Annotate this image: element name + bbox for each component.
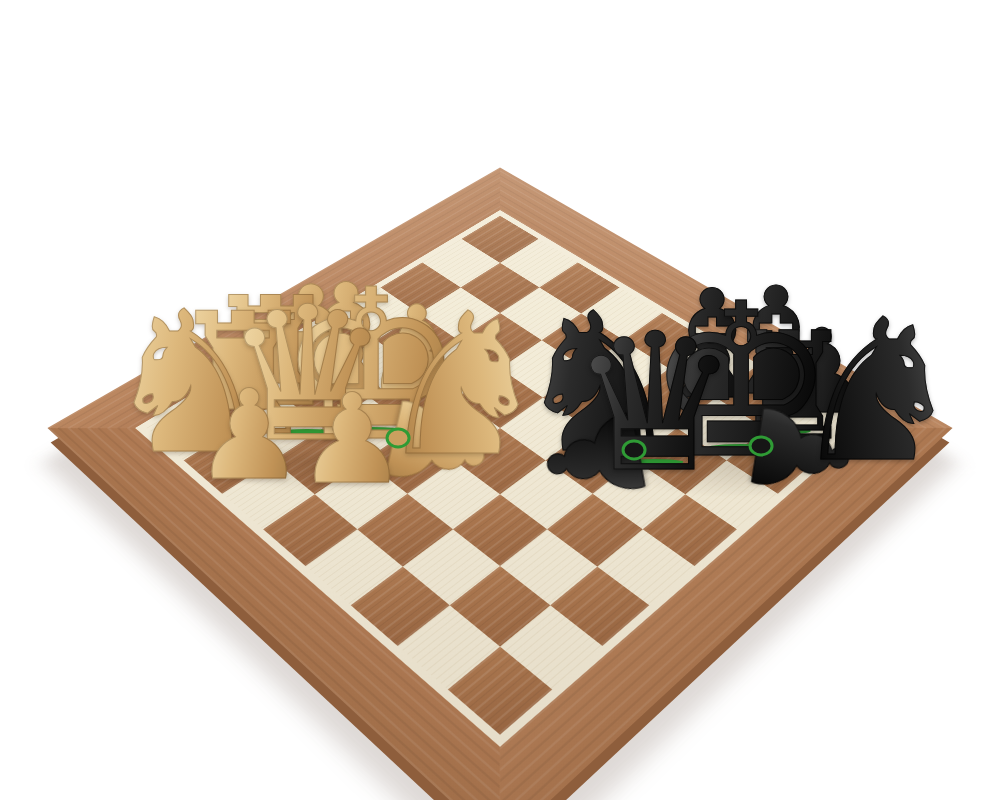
felt-ring: [385, 428, 410, 449]
black-knight[interactable]: ♞: [789, 293, 965, 489]
felt-ring: [749, 435, 774, 456]
white-pawn[interactable]: ♟: [193, 373, 304, 497]
chess-set-photo: ♝♟♝♝♝♜♟♜♚♜♛♞♞♟♞♚♟♞♟♛♟♟: [0, 0, 1000, 800]
felt-ring: [622, 440, 647, 461]
pieces-layer: ♝♟♝♝♝♜♟♜♚♜♛♞♞♟♞♚♟♞♟♛♟♟: [0, 0, 1000, 800]
black-queen[interactable]: ♛: [570, 309, 740, 499]
